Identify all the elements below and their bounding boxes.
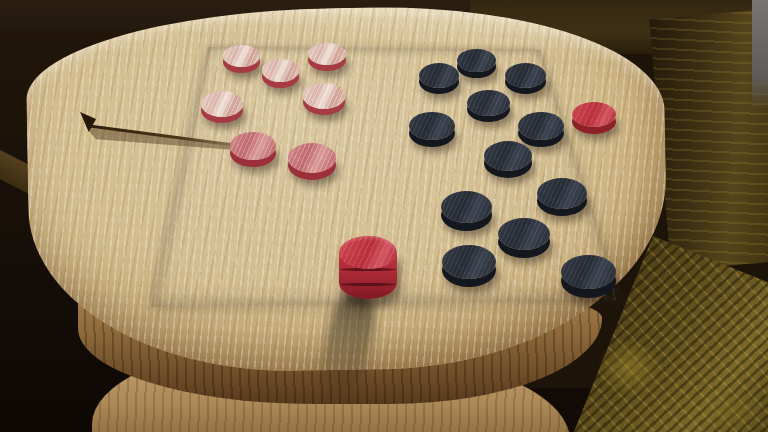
black-man-r6c8[interactable] [537,178,587,209]
floor-debris [598,338,660,396]
floor-debris-2 [700,392,768,432]
red-man-r3c3[interactable] [303,83,345,109]
black-man-r5c7[interactable] [484,141,532,171]
black-man-r8c6[interactable] [442,245,496,279]
black-man-r4c8[interactable] [518,112,564,140]
red-man-r5c3[interactable] [288,143,336,173]
red-man-r3c1[interactable] [201,91,243,117]
black-man-r6c6[interactable] [441,191,492,223]
red-man-r4c2[interactable] [230,132,276,160]
checkers-scene [0,0,768,432]
black-man-r8c8[interactable] [561,255,616,289]
red-man-r2c2[interactable] [262,59,299,82]
right-wooden-post [649,9,768,270]
black-man-r2c6[interactable] [419,63,459,88]
red-piece-off-board[interactable] [572,102,616,127]
red-man-r1c3[interactable] [308,43,346,65]
black-man-r3c7[interactable] [467,90,510,116]
red-king-stack-r8c4[interactable] [339,236,397,269]
black-man-r2c8[interactable] [505,63,546,88]
top-right-wall-sliver [752,0,768,110]
black-man-r7c7[interactable] [498,218,550,250]
black-man-r1c7[interactable] [457,49,496,72]
red-man-r1c1[interactable] [223,45,260,67]
black-man-r4c6[interactable] [409,112,455,140]
